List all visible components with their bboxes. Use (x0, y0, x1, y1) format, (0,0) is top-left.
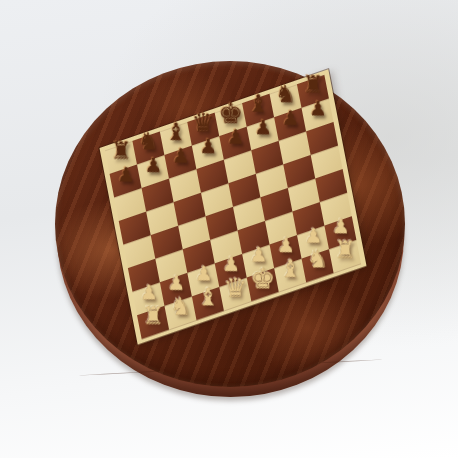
photo-background: ♜♞♝♛♚♝♞♜♟♟♟♟♟♟♟♟♟♟♟♟♟♟♟♟♜♞♝♛♚♝♞♜ (0, 0, 458, 458)
piece-black-rook-h8: ♜ (302, 71, 324, 100)
